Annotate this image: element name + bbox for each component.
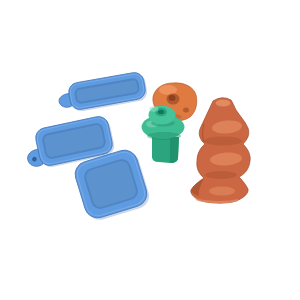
bellows-bulge2-under-shadow [205, 171, 237, 179]
blue-lid-top [56, 71, 148, 115]
bellows-bell-front-highlight [209, 187, 235, 196]
bellows-cap-highlight [216, 100, 231, 107]
suction-dome-highlight [150, 106, 159, 112]
product-photo-canvas [0, 0, 300, 300]
product-photo [0, 0, 300, 300]
bellows-bulge1-under-shadow [204, 137, 242, 146]
knob-dimple-hole [169, 95, 176, 101]
terracotta-bellows [191, 98, 250, 203]
suction-stem-shade [170, 137, 179, 163]
knob-small-dimple [183, 108, 189, 113]
knob-highlight [159, 85, 177, 95]
suction-top-hole [158, 110, 164, 114]
suction-skirt-under-shadow [147, 132, 181, 140]
